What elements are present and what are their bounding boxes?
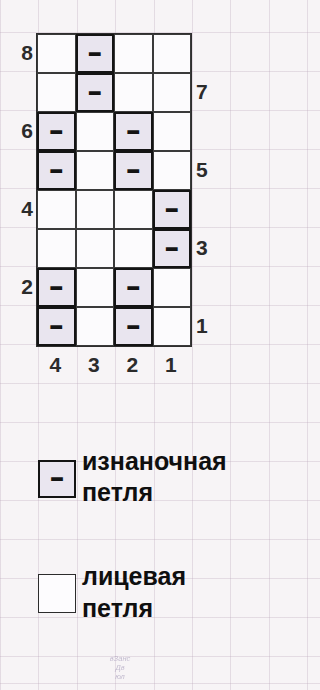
legend-purl-label: изнаночная петля — [82, 446, 227, 508]
row-label-1: 1 — [196, 306, 227, 345]
cell-knit-r3-c2 — [114, 229, 153, 268]
cell-knit-r3-c3 — [76, 229, 115, 268]
purl-dash-icon: – — [87, 76, 102, 106]
cell-purl-r2-c2: – — [114, 268, 153, 307]
cell-knit-r8-c2 — [114, 34, 153, 73]
purl-dash-icon: – — [87, 37, 102, 67]
cell-knit-r7-c1 — [153, 73, 192, 112]
cell-knit-r7-c2 — [114, 73, 153, 112]
cell-purl-r3-c1: – — [153, 229, 192, 268]
cell-knit-r5-c3 — [76, 151, 115, 190]
cell-purl-r2-c4: – — [37, 268, 76, 307]
legend-knit-label-line2: петля — [82, 592, 186, 624]
cell-knit-r6-c3 — [76, 112, 115, 151]
row-label-8: 8 — [0, 33, 33, 72]
purl-dash-icon: – — [49, 271, 64, 301]
watermark: вЗанс Дв юл — [88, 654, 152, 681]
legend-knit-swatch — [38, 574, 76, 613]
knitting-chart-page: { "game": "knitting-pattern-chart", "pos… — [0, 0, 227, 690]
legend-purl-label-line1: изнаночная — [82, 446, 227, 477]
cell-purl-r1-c2: – — [114, 307, 153, 346]
cell-knit-r7-c4 — [37, 73, 76, 112]
watermark-line: юл — [88, 672, 152, 681]
purl-dash-icon: – — [49, 115, 64, 145]
cell-knit-r2-c1 — [153, 268, 192, 307]
purl-dash-icon: – — [126, 115, 141, 145]
watermark-line: Дв — [88, 663, 152, 672]
chart-grid: –––––––––––– — [36, 33, 192, 347]
cell-knit-r5-c1 — [153, 151, 192, 190]
purl-dash-icon: – — [126, 271, 141, 301]
cell-purl-r1-c4: – — [37, 307, 76, 346]
purl-dash-icon: – — [50, 462, 65, 492]
legend-purl-swatch: – — [38, 460, 76, 498]
row-label-3: 3 — [196, 228, 227, 267]
cell-knit-r1-c1 — [153, 307, 192, 346]
cell-purl-r5-c2: – — [114, 151, 153, 190]
watermark-line: вЗанс — [88, 654, 152, 663]
cell-knit-r4-c4 — [37, 190, 76, 229]
legend-purl-label-line2: петля — [82, 477, 227, 508]
row-label-4: 4 — [0, 189, 33, 228]
cell-knit-r8-c1 — [153, 34, 192, 73]
cell-knit-r6-c1 — [153, 112, 192, 151]
cell-knit-r4-c2 — [114, 190, 153, 229]
cell-purl-r4-c1: – — [153, 190, 192, 229]
column-labels: 4321 — [36, 349, 190, 381]
cell-knit-r8-c4 — [37, 34, 76, 73]
purl-dash-icon: – — [164, 232, 179, 262]
column-label-4: 4 — [36, 349, 75, 381]
column-label-1: 1 — [152, 349, 191, 381]
cell-purl-r7-c3: – — [76, 73, 115, 112]
purl-dash-icon: – — [49, 310, 64, 340]
legend-knit-label: лицевая петля — [82, 560, 186, 624]
row-label-6: 6 — [0, 111, 33, 150]
purl-dash-icon: – — [49, 154, 64, 184]
row-label-5: 5 — [196, 150, 227, 189]
cell-purl-r6-c2: – — [114, 112, 153, 151]
cell-purl-r8-c3: – — [76, 34, 115, 73]
row-label-2: 2 — [0, 267, 33, 306]
purl-dash-icon: – — [126, 154, 141, 184]
cell-knit-r4-c3 — [76, 190, 115, 229]
cell-purl-r5-c4: – — [37, 151, 76, 190]
column-label-3: 3 — [75, 349, 114, 381]
cell-knit-r2-c3 — [76, 268, 115, 307]
row-label-7: 7 — [196, 72, 227, 111]
purl-dash-icon: – — [164, 193, 179, 223]
purl-dash-icon: – — [126, 310, 141, 340]
legend-knit-label-line1: лицевая — [82, 560, 186, 592]
column-label-2: 2 — [113, 349, 152, 381]
cell-purl-r6-c4: – — [37, 112, 76, 151]
cell-knit-r1-c3 — [76, 307, 115, 346]
cell-knit-r3-c4 — [37, 229, 76, 268]
